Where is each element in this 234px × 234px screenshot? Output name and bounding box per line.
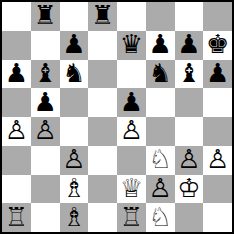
white-pawn-piece: ♙ [177, 146, 200, 172]
black-pawn-piece: ♟ [120, 89, 143, 115]
square-c8[interactable] [60, 2, 89, 31]
square-b1[interactable] [31, 203, 60, 232]
square-d4[interactable] [88, 117, 117, 146]
square-e2[interactable]: ♕ [117, 175, 146, 204]
black-rook-piece: ♜ [91, 2, 114, 28]
square-d2[interactable] [88, 175, 117, 204]
square-b5[interactable]: ♟ [31, 88, 60, 117]
square-a1[interactable]: ♖ [2, 203, 31, 232]
square-f7[interactable]: ♟ [146, 31, 175, 60]
square-g2[interactable]: ♔ [175, 175, 204, 204]
square-a6[interactable]: ♟ [2, 60, 31, 89]
square-f8[interactable] [146, 2, 175, 31]
square-c6[interactable]: ♞ [60, 60, 89, 89]
square-e8[interactable] [117, 2, 146, 31]
square-g7[interactable]: ♟ [175, 31, 204, 60]
square-g6[interactable]: ♝ [175, 60, 204, 89]
square-b4[interactable]: ♙ [31, 117, 60, 146]
square-g5[interactable] [175, 88, 204, 117]
square-c3[interactable]: ♙ [60, 146, 89, 175]
black-rook-piece: ♜ [33, 2, 56, 28]
white-knight-piece: ♘ [148, 146, 171, 172]
square-d7[interactable] [88, 31, 117, 60]
white-pawn-piece: ♙ [33, 117, 56, 143]
square-f3[interactable]: ♘ [146, 146, 175, 175]
square-e7[interactable]: ♛ [117, 31, 146, 60]
square-h3[interactable]: ♙ [203, 146, 232, 175]
white-knight-piece: ♘ [148, 204, 171, 230]
square-c2[interactable]: ♗ [60, 175, 89, 204]
black-knight-piece: ♞ [62, 60, 85, 86]
white-queen-piece: ♕ [120, 175, 143, 201]
white-bishop-piece: ♗ [62, 175, 85, 201]
square-b8[interactable]: ♜ [31, 2, 60, 31]
black-queen-piece: ♛ [120, 31, 143, 57]
white-rook-piece: ♖ [120, 204, 143, 230]
square-h2[interactable] [203, 175, 232, 204]
square-d8[interactable]: ♜ [88, 2, 117, 31]
square-e4[interactable]: ♙ [117, 117, 146, 146]
square-h5[interactable] [203, 88, 232, 117]
white-bishop-piece: ♗ [62, 204, 85, 230]
white-pawn-piece: ♙ [120, 117, 143, 143]
square-b2[interactable] [31, 175, 60, 204]
white-pawn-piece: ♙ [62, 146, 85, 172]
black-king-piece: ♚ [206, 31, 229, 57]
square-a8[interactable] [2, 2, 31, 31]
square-e6[interactable] [117, 60, 146, 89]
square-f6[interactable]: ♞ [146, 60, 175, 89]
square-b7[interactable] [31, 31, 60, 60]
white-pawn-piece: ♙ [206, 146, 229, 172]
square-h1[interactable] [203, 203, 232, 232]
square-d1[interactable] [88, 203, 117, 232]
black-bishop-piece: ♝ [33, 60, 56, 86]
black-pawn-piece: ♟ [206, 60, 229, 86]
square-h8[interactable] [203, 2, 232, 31]
square-h6[interactable]: ♟ [203, 60, 232, 89]
square-f2[interactable]: ♙ [146, 175, 175, 204]
square-d3[interactable] [88, 146, 117, 175]
square-h4[interactable] [203, 117, 232, 146]
square-a3[interactable] [2, 146, 31, 175]
black-pawn-piece: ♟ [148, 31, 171, 57]
square-g8[interactable] [175, 2, 204, 31]
square-c1[interactable]: ♗ [60, 203, 89, 232]
square-h7[interactable]: ♚ [203, 31, 232, 60]
square-d5[interactable] [88, 88, 117, 117]
black-pawn-piece: ♟ [177, 31, 200, 57]
square-c4[interactable] [60, 117, 89, 146]
square-e3[interactable] [117, 146, 146, 175]
square-g3[interactable]: ♙ [175, 146, 204, 175]
square-e5[interactable]: ♟ [117, 88, 146, 117]
square-g4[interactable] [175, 117, 204, 146]
black-bishop-piece: ♝ [177, 60, 200, 86]
square-a7[interactable] [2, 31, 31, 60]
square-c7[interactable]: ♟ [60, 31, 89, 60]
square-b3[interactable] [31, 146, 60, 175]
square-f1[interactable]: ♘ [146, 203, 175, 232]
black-pawn-piece: ♟ [62, 31, 85, 57]
black-pawn-piece: ♟ [33, 89, 56, 115]
chess-board: ♜♜♟♛♟♟♚♟♝♞♞♝♟♟♟♙♙♙♙♘♙♙♗♕♙♔♖♗♖♘ [0, 0, 234, 234]
white-pawn-piece: ♙ [148, 175, 171, 201]
square-d6[interactable] [88, 60, 117, 89]
square-b6[interactable]: ♝ [31, 60, 60, 89]
black-knight-piece: ♞ [148, 60, 171, 86]
square-a2[interactable] [2, 175, 31, 204]
square-f5[interactable] [146, 88, 175, 117]
white-pawn-piece: ♙ [5, 117, 28, 143]
square-a5[interactable] [2, 88, 31, 117]
square-a4[interactable]: ♙ [2, 117, 31, 146]
white-rook-piece: ♖ [5, 204, 28, 230]
black-pawn-piece: ♟ [5, 60, 28, 86]
square-e1[interactable]: ♖ [117, 203, 146, 232]
square-f4[interactable] [146, 117, 175, 146]
square-c5[interactable] [60, 88, 89, 117]
white-king-piece: ♔ [177, 175, 200, 201]
square-g1[interactable] [175, 203, 204, 232]
